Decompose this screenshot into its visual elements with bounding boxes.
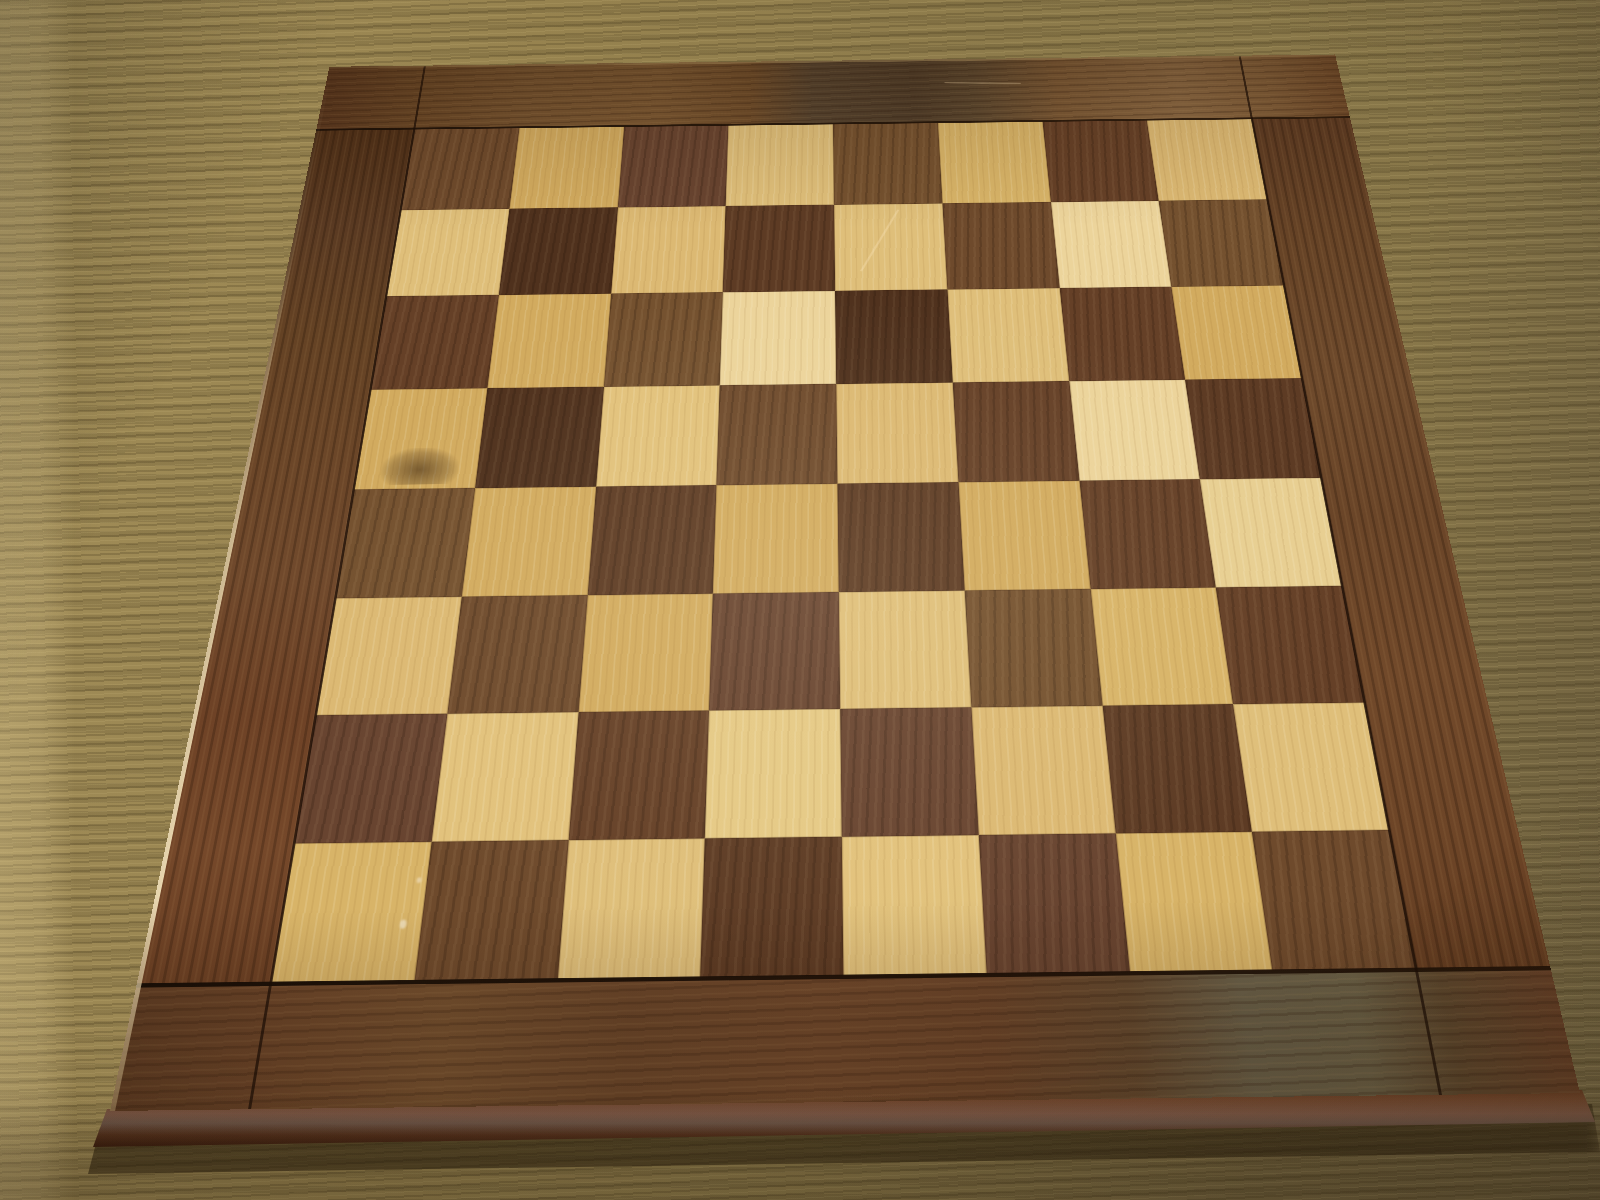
square-c7[interactable] [611,206,726,294]
square-e3[interactable] [839,590,971,709]
square-d5[interactable] [717,384,838,485]
square-c3[interactable] [578,593,713,712]
square-g8[interactable] [1042,120,1158,202]
square-a1[interactable] [271,841,431,982]
square-g2[interactable] [1102,704,1252,833]
square-f1[interactable] [979,833,1130,974]
square-c6[interactable] [604,292,723,386]
square-b5[interactable] [475,386,604,488]
square-c8[interactable] [618,125,729,207]
square-a2[interactable] [295,714,447,843]
square-d1[interactable] [700,836,843,977]
square-b8[interactable] [509,126,624,208]
square-d6[interactable] [720,291,836,385]
square-g3[interactable] [1090,587,1233,706]
square-a3[interactable] [316,596,461,715]
square-f7[interactable] [942,202,1059,290]
square-g1[interactable] [1115,831,1272,972]
square-g4[interactable] [1079,479,1216,588]
square-g5[interactable] [1069,379,1200,480]
square-a5[interactable] [354,388,487,490]
square-d2[interactable] [705,709,842,838]
square-f6[interactable] [947,288,1069,382]
square-e8[interactable] [833,123,942,205]
square-b4[interactable] [462,487,596,597]
square-f3[interactable] [964,589,1102,708]
square-d3[interactable] [709,592,840,711]
square-e1[interactable] [842,835,987,976]
photo-scene: Empty wooden chessboard with a dark hard… [0,0,1600,1200]
square-h3[interactable] [1216,586,1364,705]
square-b3[interactable] [447,595,587,714]
board-grid [271,119,1415,983]
scratch-mark-frame [944,82,1020,84]
square-d4[interactable] [713,484,839,594]
square-a6[interactable] [371,295,499,389]
square-f2[interactable] [971,706,1115,835]
square-f4[interactable] [958,481,1090,590]
square-g7[interactable] [1051,201,1172,289]
square-e7[interactable] [834,203,947,291]
square-d8[interactable] [726,124,834,206]
square-d7[interactable] [723,204,835,292]
square-a4[interactable] [336,488,475,598]
square-f8[interactable] [938,121,1051,203]
square-b7[interactable] [499,207,618,295]
square-c5[interactable] [596,385,720,487]
square-h4[interactable] [1200,478,1342,587]
square-e2[interactable] [840,707,978,836]
square-h7[interactable] [1159,199,1284,287]
square-h8[interactable] [1147,119,1267,201]
square-c2[interactable] [568,710,709,839]
square-g6[interactable] [1059,287,1185,381]
square-e6[interactable] [835,289,952,383]
chess-board [110,54,1580,1110]
frame-rail-bottom [110,967,1580,1111]
square-a7[interactable] [387,208,510,296]
square-h2[interactable] [1233,702,1389,831]
square-h5[interactable] [1185,378,1321,479]
square-e4[interactable] [837,482,964,592]
square-b1[interactable] [414,840,568,981]
square-a8[interactable] [401,128,519,210]
square-c4[interactable] [587,485,716,595]
square-h6[interactable] [1172,285,1302,379]
square-b6[interactable] [487,294,611,388]
square-h1[interactable] [1252,830,1416,971]
square-e5[interactable] [836,382,958,483]
square-c1[interactable] [557,838,705,979]
square-f5[interactable] [953,381,1080,482]
square-b2[interactable] [431,712,578,841]
